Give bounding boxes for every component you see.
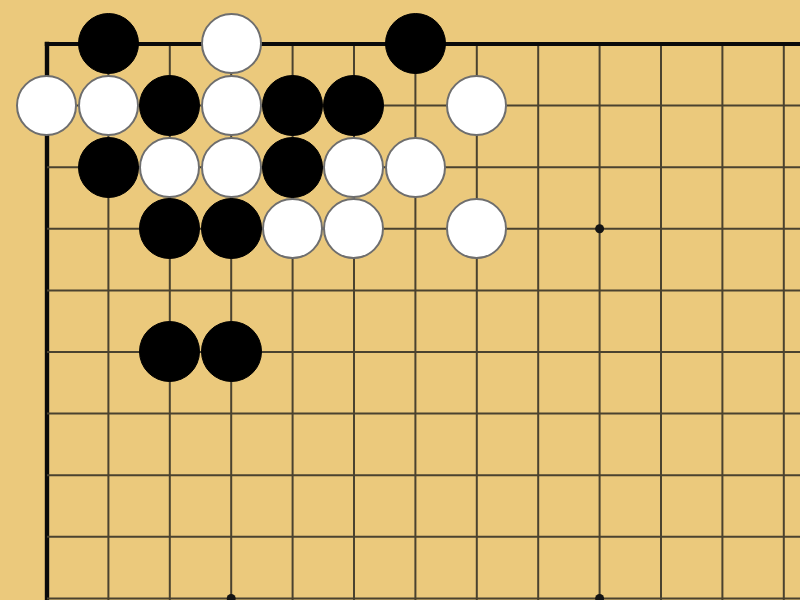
stone-black — [201, 321, 262, 382]
stone-white — [385, 137, 446, 198]
stone-black — [262, 137, 323, 198]
stone-black — [78, 13, 139, 74]
stone-white — [201, 75, 262, 136]
stone-white — [446, 75, 507, 136]
stone-black — [139, 321, 200, 382]
stone-black — [323, 75, 384, 136]
stone-white — [446, 198, 507, 259]
stone-black — [78, 137, 139, 198]
stone-white — [16, 75, 77, 136]
stone-black — [201, 198, 262, 259]
stone-white — [78, 75, 139, 136]
stone-black — [139, 198, 200, 259]
stone-white — [201, 13, 262, 74]
stone-white — [262, 198, 323, 259]
stone-black — [262, 75, 323, 136]
stone-white — [201, 137, 262, 198]
stone-white — [139, 137, 200, 198]
go-board[interactable] — [0, 0, 800, 600]
stone-black — [139, 75, 200, 136]
stone-white — [323, 198, 384, 259]
stone-white — [323, 137, 384, 198]
stones-layer — [16, 13, 800, 600]
stone-black — [385, 13, 446, 74]
